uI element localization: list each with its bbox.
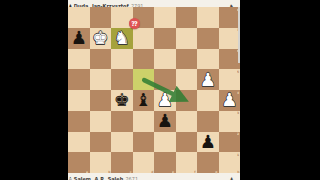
black-pawn[interactable]: ♟ [197, 132, 219, 153]
square-e3[interactable]: ♟ [154, 111, 176, 132]
square-f1[interactable]: f [176, 152, 198, 173]
rank-coordinate: 2 [237, 132, 239, 135]
square-c7[interactable]: ♞ [111, 28, 133, 49]
square-a7[interactable]: ♟ [68, 28, 90, 49]
file-coordinate: f [195, 170, 196, 173]
black-pawn[interactable]: ♟ [68, 28, 90, 49]
square-b1[interactable]: b [90, 152, 112, 173]
square-b7[interactable]: ♚ [90, 28, 112, 49]
square-c6[interactable] [111, 49, 133, 70]
rank-coordinate: 5 [237, 70, 239, 73]
square-b8[interactable] [90, 7, 112, 28]
square-c4[interactable]: ♚ [111, 90, 133, 111]
white-king[interactable]: ♚ [90, 28, 112, 49]
square-e7[interactable] [154, 28, 176, 49]
white-pawn[interactable]: ♟ [154, 90, 176, 111]
bottom-bar-pawn-icon[interactable]: ♟ [229, 176, 234, 180]
square-d2[interactable] [133, 132, 155, 153]
square-c2[interactable] [111, 132, 133, 153]
square-e6[interactable] [154, 49, 176, 70]
chess-board: ?? 8♟♚♞76♟5♚♝♟4♟♟3♟2abcdefg1h [68, 7, 240, 173]
square-d5[interactable] [133, 69, 155, 90]
square-c3[interactable] [111, 111, 133, 132]
square-a5[interactable] [68, 69, 90, 90]
square-f6[interactable] [176, 49, 198, 70]
square-e8[interactable] [154, 7, 176, 28]
square-g8[interactable] [197, 7, 219, 28]
square-h6[interactable]: 6 [219, 49, 241, 70]
square-g4[interactable] [197, 90, 219, 111]
square-e5[interactable] [154, 69, 176, 90]
rank-coordinate: 1 [237, 153, 239, 156]
rank-coordinate: 3 [237, 111, 239, 114]
file-coordinate: b [108, 170, 110, 173]
bottom-player-bar: ♙ Salem, A.R. Saleh 2671 ♟ [68, 173, 240, 180]
white-knight[interactable]: ♞ [111, 28, 133, 49]
white-pawn[interactable]: ♟ [197, 69, 219, 90]
square-h1[interactable]: 1h [219, 152, 241, 173]
square-d6[interactable] [133, 49, 155, 70]
square-a6[interactable] [68, 49, 90, 70]
square-g3[interactable] [197, 111, 219, 132]
square-f5[interactable] [176, 69, 198, 90]
square-e4[interactable]: ♟ [154, 90, 176, 111]
square-e2[interactable] [154, 132, 176, 153]
square-a1[interactable]: a [68, 152, 90, 173]
square-h2[interactable]: 2 [219, 132, 241, 153]
square-d4[interactable]: ♝ [133, 90, 155, 111]
square-c5[interactable] [111, 69, 133, 90]
square-h5[interactable]: 5 [219, 69, 241, 90]
square-g5[interactable]: ♟ [197, 69, 219, 90]
square-h4[interactable]: 4♟ [219, 90, 241, 111]
scrollbar-sliver [238, 7, 240, 63]
square-h3[interactable]: 3 [219, 111, 241, 132]
square-h8[interactable]: 8 [219, 7, 241, 28]
square-a8[interactable] [68, 7, 90, 28]
square-b6[interactable] [90, 49, 112, 70]
square-b3[interactable] [90, 111, 112, 132]
square-h7[interactable]: 7 [219, 28, 241, 49]
square-a2[interactable] [68, 132, 90, 153]
square-b2[interactable] [90, 132, 112, 153]
bottom-player-name: Salem, A.R. Saleh [74, 176, 123, 180]
square-g2[interactable]: ♟ [197, 132, 219, 153]
file-coordinate: g [215, 170, 217, 173]
square-g1[interactable]: g [197, 152, 219, 173]
square-f2[interactable] [176, 132, 198, 153]
black-king[interactable]: ♚ [111, 90, 133, 111]
square-c1[interactable]: c [111, 152, 133, 173]
square-e1[interactable]: e [154, 152, 176, 173]
square-a3[interactable] [68, 111, 90, 132]
square-b5[interactable] [90, 69, 112, 90]
square-f3[interactable] [176, 111, 198, 132]
square-b4[interactable] [90, 90, 112, 111]
square-g7[interactable] [197, 28, 219, 49]
square-g6[interactable] [197, 49, 219, 70]
black-pawn[interactable]: ♟ [154, 111, 176, 132]
blunder-badge: ?? [129, 18, 140, 29]
white-pawn[interactable]: ♟ [219, 90, 241, 111]
square-d3[interactable] [133, 111, 155, 132]
white-pawn-icon: ♙ [68, 176, 73, 180]
square-f4[interactable] [176, 90, 198, 111]
file-coordinate: h [237, 170, 239, 173]
top-player-bar: ♟ Duda, Jan-Krzysztof 2791 ♞ [68, 0, 240, 7]
file-coordinate: d [151, 170, 153, 173]
square-d7[interactable] [133, 28, 155, 49]
square-a4[interactable] [68, 90, 90, 111]
square-d1[interactable]: d [133, 152, 155, 173]
square-f7[interactable] [176, 28, 198, 49]
content-column: ♟ Duda, Jan-Krzysztof 2791 ♞ ?? 8♟♚♞76♟5… [68, 0, 240, 180]
bottom-player-rating: 2671 [125, 176, 138, 180]
file-coordinate: c [130, 170, 132, 173]
black-bishop[interactable]: ♝ [133, 90, 155, 111]
bottom-player-bar-inner: ♙ Salem, A.R. Saleh 2671 ♟ [68, 176, 240, 180]
square-f8[interactable] [176, 7, 198, 28]
